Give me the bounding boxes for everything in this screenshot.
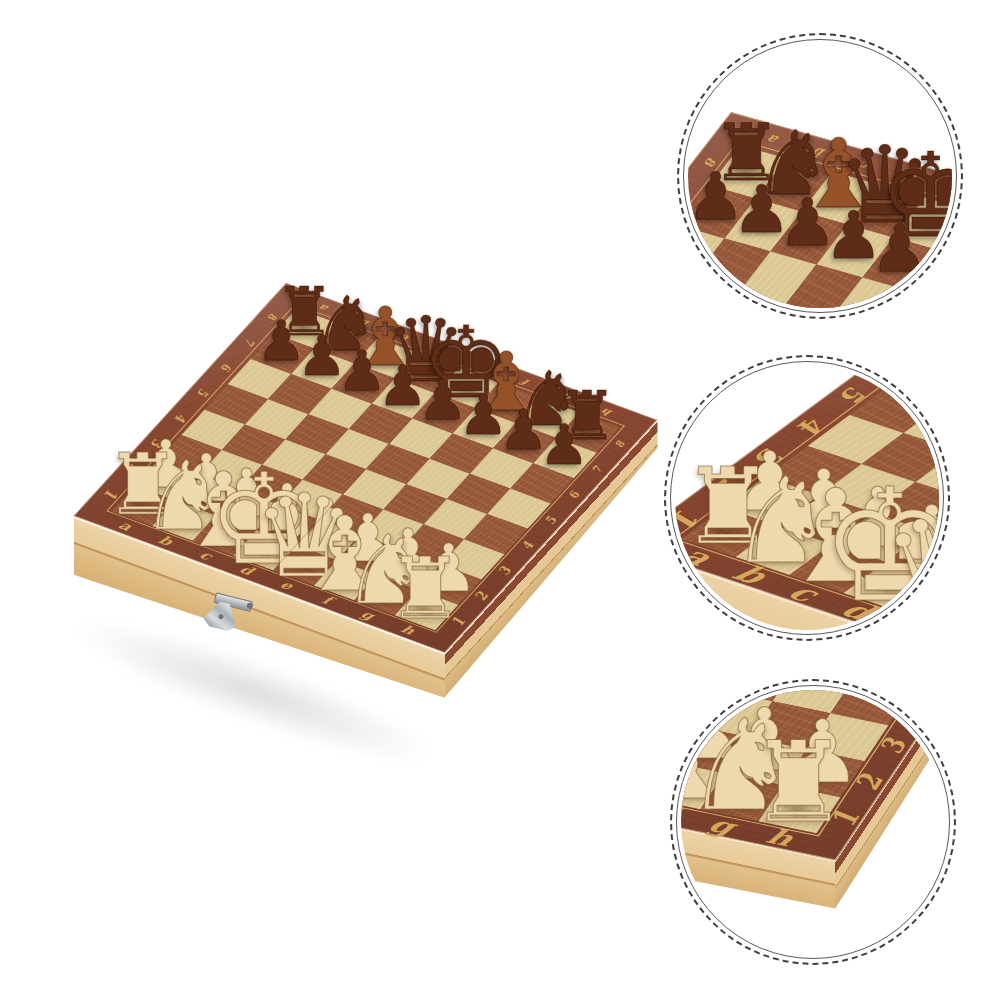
square-h1: ♜ (758, 785, 840, 833)
rank-label-6-right: 6 (565, 490, 584, 500)
product-photo-canvas: aabbccddeeffgghh1122334455667788♜♞♝♛♚♝♞♜… (0, 0, 1002, 1002)
detail-circle-2: aabbccddeeffgghh1122334455667788♜♞♝♛♚♝♞♜… (664, 355, 950, 641)
square-h1: ♜ (395, 590, 458, 630)
board-frame: aabbccddeeffgghh1122334455667788♜♞♝♛♚♝♞♜… (675, 366, 939, 630)
detail-circle-1-view: aabbccddeeffgghh1122334455667788♜♞♝♛♚♝♞♜… (688, 44, 952, 308)
detail-circle-2-view: aabbccddeeffgghh1122334455667788♜♞♝♛♚♝♞♜… (675, 366, 939, 630)
latch-pin (246, 602, 253, 609)
piece-white-rook: ♜ (681, 726, 945, 838)
detail-circle-3-view: aabbccddeeffgghh1122334455667788♜♞♝♛♚♝♞♜… (681, 690, 945, 954)
detail-scene-dark-pieces: aabbccddeeffgghh1122334455667788♜♞♝♛♚♝♞♜… (688, 44, 952, 308)
rank-label-4-left: 4 (170, 412, 191, 424)
board-frame: aabbccddeeffgghh1122334455667788♜♞♝♛♚♝♞♜… (688, 112, 952, 308)
detail-circle-3: aabbccddeeffgghh1122334455667788♜♞♝♛♚♝♞♜… (670, 679, 956, 965)
board-frame: aabbccddeeffgghh1122334455667788♜♞♝♛♚♝♞♜… (681, 690, 945, 861)
detail-scene-light-pieces: aabbccddeeffgghh1122334455667788♜♞♝♛♚♝♞♜… (675, 366, 939, 630)
rank-label-5-left: 5 (194, 387, 214, 398)
chess-grid: ♜♞♝♛♚♝♞♜♟♟♟♟♟♟♟♟♟♟♟♟♟♟♟♟♜♞♝♚♛♝♞♜ (688, 145, 952, 308)
piece-white-rook: ♜ (275, 547, 575, 632)
detail-scene-corner-h1: aabbccddeeffgghh1122334455667788♜♞♝♛♚♝♞♜… (681, 690, 945, 954)
chess-grid: ♜♞♝♛♚♝♞♜♟♟♟♟♟♟♟♟♟♟♟♟♟♟♟♟♜♞♝♚♛♝♞♜ (681, 366, 939, 630)
detail-circle-1: aabbccddeeffgghh1122334455667788♜♞♝♛♚♝♞♜… (677, 33, 963, 319)
